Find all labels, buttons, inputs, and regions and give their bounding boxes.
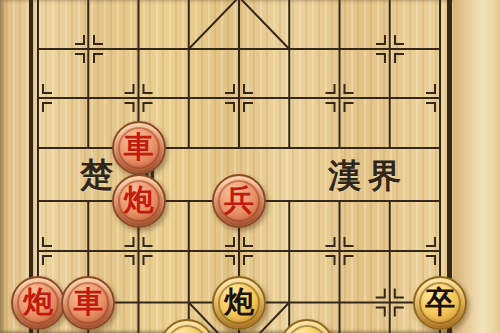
piece-character: 炮 <box>23 287 53 317</box>
black-cannon[interactable]: 炮 <box>212 276 266 330</box>
red-chariot[interactable]: 車 <box>112 121 166 175</box>
board-cell[interactable] <box>139 0 189 49</box>
board-cell[interactable] <box>88 49 138 98</box>
board-cell[interactable] <box>340 98 390 148</box>
red-cannon[interactable]: 炮 <box>112 174 166 228</box>
board-cell[interactable] <box>340 251 390 302</box>
board-cell[interactable] <box>340 200 390 251</box>
board-cell[interactable] <box>289 200 339 251</box>
board-cell[interactable] <box>189 98 239 148</box>
red-cannon[interactable]: 炮 <box>11 276 65 330</box>
board-cell[interactable] <box>390 98 440 148</box>
red-chariot[interactable]: 車 <box>61 276 115 330</box>
board-cell[interactable] <box>289 49 339 98</box>
piece-character: 炮 <box>124 185 154 215</box>
board-cell[interactable] <box>139 49 189 98</box>
board-cell[interactable] <box>38 200 88 251</box>
piece-character: 車 <box>73 287 103 317</box>
red-soldier[interactable]: 兵 <box>212 174 266 228</box>
board-cell[interactable] <box>289 0 339 49</box>
board-cell[interactable] <box>239 0 289 49</box>
xiangqi-board: 楚河 漢界 車炮兵炮車炮卒 <box>0 0 500 333</box>
board-cell[interactable] <box>88 0 138 49</box>
board-cell[interactable] <box>390 0 440 49</box>
board-cell[interactable] <box>189 49 239 98</box>
black-soldier[interactable]: 卒 <box>413 276 467 330</box>
board-cell[interactable] <box>239 49 289 98</box>
board-cell[interactable] <box>38 49 88 98</box>
board-cell[interactable] <box>38 0 88 49</box>
board-cell[interactable] <box>289 251 339 302</box>
board-cell[interactable] <box>340 302 390 333</box>
piece-character: 兵 <box>224 185 254 215</box>
piece-character: 卒 <box>425 287 455 317</box>
board-cell[interactable] <box>189 0 239 49</box>
board-cell[interactable] <box>289 98 339 148</box>
piece-character: 炮 <box>224 287 254 317</box>
board-cell[interactable] <box>340 0 390 49</box>
piece-character: 車 <box>124 132 154 162</box>
board-cell[interactable] <box>38 98 88 148</box>
board-cell[interactable] <box>139 251 189 302</box>
board-cell[interactable] <box>390 49 440 98</box>
board-cell[interactable] <box>390 200 440 251</box>
river-label-han-jie: 漢界 <box>328 158 408 194</box>
board-cell[interactable] <box>340 49 390 98</box>
board-cell[interactable] <box>239 98 289 148</box>
